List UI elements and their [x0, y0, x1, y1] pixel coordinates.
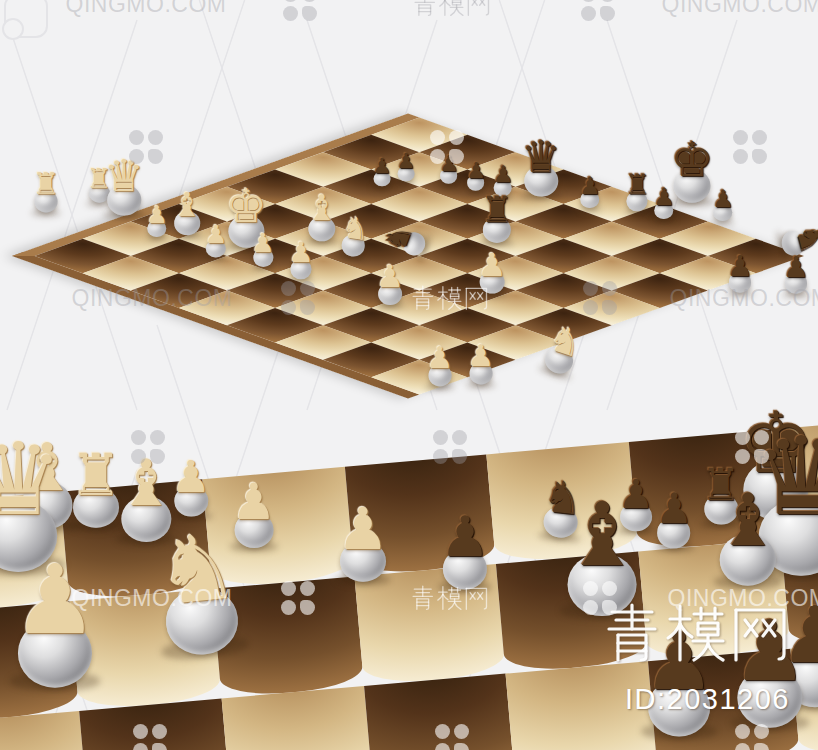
steel-ball-base: [34, 190, 57, 212]
steel-ball-base: [542, 344, 577, 377]
board-cell: [344, 454, 496, 576]
pawn-glyph: ♟: [712, 187, 734, 211]
board-cell: [275, 291, 371, 326]
watermark-flower-icon: [133, 724, 167, 750]
pawn-glyph: ♟: [251, 230, 274, 256]
rook-glyph: ♜: [70, 446, 122, 504]
chess-piece-white-pawn-offboard: ♟: [468, 341, 495, 384]
watermark-flower-icon: [281, 281, 315, 315]
steel-ball-base: [428, 364, 451, 386]
board-cell: [791, 636, 818, 750]
chess-piece-black-pawn: ♟: [397, 151, 416, 181]
chess-piece-black-pawn: ♟: [373, 156, 392, 186]
steel-ball-base: [655, 202, 674, 219]
board-cell: [323, 169, 419, 204]
steel-ball-base: [290, 259, 312, 279]
board-cell: [419, 273, 515, 308]
board-cell: [227, 169, 323, 204]
steel-ball-base: [673, 168, 710, 203]
steel-ball-base: [581, 191, 600, 208]
board-cell: [323, 343, 419, 378]
board-cell: [227, 204, 323, 239]
pawn-glyph: ♟: [376, 261, 404, 292]
watermark-flower-icon: [733, 130, 767, 164]
board-cell: [371, 187, 467, 222]
chess-piece-black-pawn: ♟: [618, 474, 654, 531]
knight-glyph: ♞: [379, 220, 416, 256]
steel-ball-base: [121, 496, 171, 542]
board-cell: [179, 291, 275, 326]
steel-ball-base: [620, 502, 651, 531]
knight-glyph: ♞: [791, 221, 818, 257]
chess-piece-black-pawn: ♟: [439, 153, 459, 184]
board-cell: [275, 221, 371, 256]
rook-glyph: ♜: [87, 165, 111, 192]
knight-glyph: ♞: [545, 319, 587, 363]
bishop-glyph: ♝: [563, 491, 642, 579]
steel-ball-base: [467, 175, 484, 191]
steel-ball-base: [704, 493, 738, 525]
board-cell: [771, 417, 818, 539]
chess-piece-black-pawn: ♟: [655, 488, 693, 548]
pawn-glyph: ♟: [427, 343, 454, 373]
chess-piece-white-king: ♚: [225, 183, 266, 248]
board-cell: [323, 135, 419, 170]
board-cell: [364, 674, 516, 750]
watermark-site-en: QINGMO.COM: [66, 0, 227, 18]
board-cell: [60, 479, 212, 601]
steel-ball-base: [779, 228, 808, 258]
steel-ball-base: [398, 166, 414, 181]
board-cell: [515, 169, 611, 204]
board-cell: [0, 492, 69, 614]
board-cell: [419, 169, 515, 204]
steel-ball-base: [88, 184, 109, 203]
board-cell: [131, 204, 227, 239]
chess-piece-white-rook: ♜: [33, 169, 60, 212]
chess-piece-white-rook: ♜: [70, 446, 122, 528]
bishop-glyph: ♝: [716, 484, 781, 556]
chess-piece-white-pawn: ♟: [478, 249, 507, 294]
board-cell: [629, 430, 781, 552]
chess-piece-white-rook: ♜: [87, 165, 111, 203]
steel-ball-base: [148, 220, 167, 237]
chess-piece-black-queen: ♛: [521, 135, 560, 197]
pawn-glyph: ♟: [618, 474, 654, 514]
pawn-glyph: ♟: [12, 552, 98, 648]
board-cell: [515, 273, 611, 308]
steel-ball-base: [440, 168, 457, 184]
board-cell: [564, 256, 660, 291]
chess-piece-black-pawn: ♟: [712, 187, 734, 221]
board-cell: [515, 308, 611, 343]
chess-piece-white-knight: ♞: [338, 212, 371, 258]
pawn-glyph: ♟: [727, 252, 753, 281]
site-logo: 青模网: [604, 602, 790, 664]
steel-ball-base: [18, 619, 93, 688]
board-cell: [323, 239, 419, 274]
board-cell: [275, 325, 371, 360]
steel-ball-base: [626, 191, 648, 211]
steel-ball-base: [483, 217, 511, 243]
board-cell: [0, 601, 79, 723]
board-cell: [371, 325, 467, 360]
steel-ball-base: [542, 505, 579, 540]
chess-piece-black-bishop: ♝: [716, 484, 781, 586]
bishop-glyph: ♝: [117, 451, 174, 515]
board-cell: [221, 686, 373, 750]
wavy-chess-board-top: [12, 113, 804, 398]
board-cell: [323, 273, 419, 308]
board-cell: [227, 273, 323, 308]
chess-piece-black-rook: ♜: [701, 463, 740, 525]
king-glyph: ♚: [670, 135, 713, 183]
board-cell: [660, 221, 756, 256]
watermark-site-en: QINGMO.COM: [72, 585, 233, 612]
watermark-flower-icon: [433, 430, 467, 464]
pawn-glyph: ♟: [783, 253, 809, 282]
steel-ball-base: [174, 485, 208, 517]
bishop-glyph: ♝: [17, 435, 76, 501]
pawn-glyph: ♟: [205, 222, 227, 247]
steel-ball-base: [378, 283, 402, 305]
chess-piece-white-pawn: ♟: [376, 261, 404, 305]
chess-piece-black-pawn: ♟: [493, 163, 514, 196]
pawn-glyph: ♟: [440, 509, 490, 565]
watermark-site-cn: 青模网: [413, 0, 491, 17]
pawn-glyph: ♟: [478, 249, 507, 281]
board-cell: [131, 273, 227, 308]
board-cell: [487, 442, 639, 564]
chess-piece-black-rook: ♜: [481, 192, 513, 243]
board-cell: [0, 711, 89, 750]
board-cell: [323, 308, 419, 343]
chess-piece-white-pawn: ♟: [205, 222, 227, 258]
watermark-flower-icon: [129, 130, 163, 164]
board-cell: [419, 343, 515, 378]
board-cell: [275, 152, 371, 187]
pawn-glyph: ♟: [653, 185, 675, 209]
chess-piece-white-bishop: ♝: [306, 191, 337, 241]
board-cell: [419, 239, 515, 274]
watermark-flower-icon: [281, 581, 315, 615]
chess-piece-black-queen: ♛: [753, 423, 818, 576]
watermark-site-en: QINGMO.COM: [670, 285, 818, 312]
pawn-glyph: ♟: [655, 488, 693, 530]
chess-piece-black-king: ♚: [738, 401, 813, 520]
chess-piece-white-bishop: ♝: [17, 435, 76, 529]
chess-piece-white-pawn: ♟: [12, 552, 98, 688]
board-cell: [202, 467, 354, 589]
board-cell: [83, 221, 179, 256]
knight-glyph: ♞: [151, 520, 243, 620]
board-cell: [371, 118, 467, 153]
chess-piece-black-pawn-offboard: ♟: [783, 253, 809, 294]
knight-glyph: ♞: [340, 212, 371, 245]
chess-piece-white-pawn: ♟: [146, 203, 168, 237]
chess-piece-white-pawn: ♟: [171, 455, 210, 517]
pawn-glyph: ♟: [466, 160, 486, 182]
queen-glyph: ♛: [104, 154, 143, 198]
knight-glyph: ♞: [541, 474, 585, 522]
board-cell: [323, 204, 419, 239]
rook-glyph: ♜: [701, 463, 740, 507]
watermark-flower-icon: [283, 0, 317, 21]
board-cell: [467, 256, 563, 291]
steel-ball-base: [107, 184, 141, 216]
product-render-canvas: ♜♜♛♟♝♟♚♟♟♝♞♟♟♟♟♞♟♟♞♟♟♟♜♛♟♜♟♚♟♞♟♟ ♛♝♜♝♟♟♟…: [0, 0, 818, 750]
steel-ball-base: [163, 584, 241, 657]
steel-ball-base: [729, 272, 752, 293]
pawn-glyph: ♟: [579, 174, 601, 198]
board-cell: [179, 187, 275, 222]
board-cell: [371, 256, 467, 291]
chess-piece-white-pawn: ♟: [288, 239, 313, 279]
pawn-glyph: ♟: [373, 156, 392, 177]
board-cell: [371, 291, 467, 326]
board-cell: [35, 239, 131, 274]
chess-piece-white-pawn: ♟: [232, 477, 277, 548]
steel-ball-base: [658, 518, 691, 548]
steel-ball-base: [308, 216, 335, 241]
steel-ball-base: [228, 215, 264, 248]
steel-ball-base: [340, 233, 366, 258]
queen-glyph: ♛: [521, 135, 560, 179]
watermark-site-en: QINGMO.COM: [72, 285, 233, 312]
bishop-glyph: ♝: [306, 191, 337, 226]
board-cell: [179, 256, 275, 291]
board-cell: [467, 291, 563, 326]
board-cell: [179, 221, 275, 256]
board-cell: [69, 589, 221, 711]
steel-ball-base: [340, 540, 385, 582]
board-cell: [371, 360, 467, 395]
watermark-flower-icon: [735, 430, 769, 464]
queen-glyph: ♛: [0, 430, 63, 530]
pawn-glyph: ♟: [288, 239, 313, 267]
board-cell: [79, 698, 231, 750]
steel-ball-base: [443, 549, 487, 589]
watermark-flower-icon: [583, 281, 617, 315]
chess-piece-white-knight-offboard: ♞: [540, 319, 586, 378]
board-cell: [515, 204, 611, 239]
chess-piece-black-bishop: ♝: [563, 491, 642, 616]
pawn-glyph: ♟: [146, 203, 168, 227]
pawn-glyph: ♟: [493, 163, 514, 186]
bishop-glyph: ♝: [172, 188, 202, 221]
chess-piece-black-knight-offboard: ♞: [778, 221, 818, 260]
board-cell: [564, 187, 660, 222]
board-cell: [564, 221, 660, 256]
chess-piece-white-bishop: ♝: [117, 451, 174, 542]
chess-piece-black-king: ♚: [670, 135, 713, 203]
board-cell: [467, 152, 563, 187]
king-glyph: ♚: [225, 183, 266, 229]
board-cell: [612, 273, 708, 308]
steel-ball-base: [785, 273, 808, 294]
watermark-flower-icon: [735, 724, 769, 750]
chess-piece-white-bishop: ♝: [172, 188, 202, 235]
chess-piece-black-pawn: ♟: [440, 509, 490, 589]
board-cell: [419, 135, 515, 170]
rook-glyph: ♜: [33, 169, 60, 199]
steel-ball-base: [469, 362, 492, 384]
board-cell: [515, 239, 611, 274]
steel-ball-base: [759, 498, 818, 576]
board-cell: [419, 308, 515, 343]
rook-glyph: ♜: [481, 192, 513, 228]
pawn-glyph: ♟: [171, 455, 210, 499]
steel-ball-base: [253, 248, 273, 267]
board-cell: [275, 187, 371, 222]
pawn-glyph: ♟: [468, 341, 495, 371]
watermark-flower-icon: [131, 430, 165, 464]
board-cell: [612, 239, 708, 274]
site-corner-icon: [2, 0, 54, 48]
board-cell: [227, 239, 323, 274]
chess-piece-black-knight: ♞: [539, 474, 585, 540]
steel-ball-base: [206, 239, 226, 257]
pawn-glyph: ♟: [439, 153, 459, 175]
steel-ball-base: [0, 500, 57, 572]
steel-ball-base: [714, 204, 733, 221]
chess-piece-black-knight-offboard: ♞: [379, 220, 428, 260]
board-cell: [131, 239, 227, 274]
board-cell: [467, 187, 563, 222]
chess-piece-white-queen: ♛: [104, 154, 143, 216]
chess-piece-white-pawn: ♟: [251, 230, 274, 267]
chess-piece-black-pawn: ♟: [653, 185, 675, 219]
watermark-site-en: QINGMO.COM: [662, 0, 818, 18]
chess-piece-white-queen: ♛: [0, 430, 63, 572]
steel-ball-base: [21, 481, 72, 529]
board-cell: [354, 564, 506, 686]
chess-piece-white-pawn-offboard: ♟: [427, 343, 454, 386]
steel-ball-base: [174, 211, 200, 235]
pawn-glyph: ♟: [232, 477, 277, 527]
board-cell: [564, 291, 660, 326]
chess-piece-black-pawn: ♟: [579, 174, 601, 208]
steel-ball-base: [524, 165, 558, 197]
watermark-site-cn: 青模网: [411, 585, 489, 611]
watermark-flower-icon: [430, 130, 464, 164]
board-cell: [227, 308, 323, 343]
steel-ball-base: [743, 460, 809, 520]
board-cell: [212, 576, 364, 698]
pawn-glyph: ♟: [337, 500, 389, 558]
board-cell: [660, 256, 756, 291]
watermark-flower-icon: [581, 0, 615, 21]
watermark-flower-icon: [435, 724, 469, 750]
steel-ball-base: [400, 229, 428, 258]
board-cell: [419, 204, 515, 239]
board-cell: [467, 325, 563, 360]
board-cell: [371, 221, 467, 256]
rook-glyph: ♜: [624, 171, 649, 199]
board-cell: [83, 256, 179, 291]
model-id-text: ID:2031206: [625, 683, 790, 716]
steel-ball-base: [720, 534, 776, 586]
steel-ball-base: [494, 179, 512, 196]
pawn-glyph: ♟: [397, 151, 416, 172]
queen-glyph: ♛: [753, 423, 818, 531]
steel-ball-base: [234, 512, 273, 548]
chess-piece-black-rook: ♜: [624, 171, 649, 211]
chess-piece-black-pawn-offboard: ♟: [727, 252, 753, 293]
chess-piece-white-pawn: ♟: [337, 500, 389, 582]
king-glyph: ♚: [738, 401, 813, 485]
board-cell: [275, 256, 371, 291]
watermark-site-cn: 青模网: [411, 285, 489, 311]
steel-ball-base: [374, 171, 390, 186]
steel-ball-base: [73, 486, 118, 528]
chess-piece-black-pawn: ♟: [466, 160, 486, 191]
board-cell: [467, 221, 563, 256]
chess-piece-white-knight: ♞: [151, 520, 247, 659]
board-cell: [612, 204, 708, 239]
steel-ball-base: [480, 271, 505, 294]
board-cell: [708, 239, 804, 274]
board-cell: [371, 152, 467, 187]
